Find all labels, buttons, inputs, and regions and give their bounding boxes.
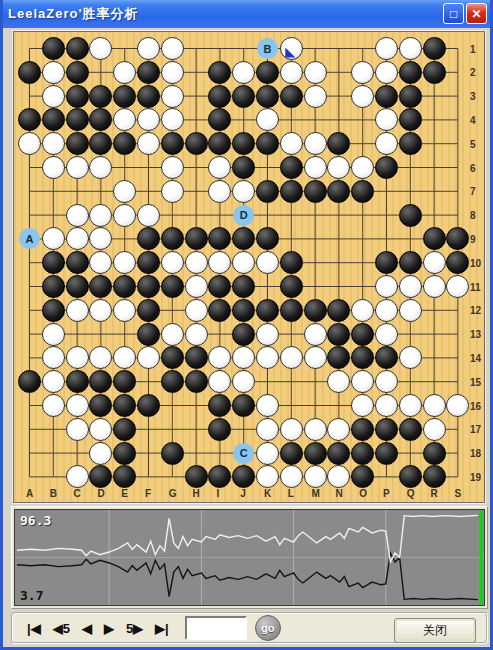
- black-stone: [304, 299, 327, 322]
- white-stone: [137, 37, 160, 60]
- black-stone: [304, 180, 327, 203]
- close-dialog-button[interactable]: 关闭: [394, 618, 476, 643]
- white-stone: [256, 323, 279, 346]
- black-stone: [351, 442, 374, 465]
- white-winrate-label: 96.3: [20, 513, 51, 528]
- last-move-button[interactable]: ▶|: [149, 621, 175, 636]
- white-stone: [423, 275, 446, 298]
- forward-1-button[interactable]: ▶: [98, 621, 120, 636]
- white-stone: [280, 132, 303, 155]
- white-stone: [375, 394, 398, 417]
- black-stone: [161, 275, 184, 298]
- black-stone: [304, 442, 327, 465]
- black-stone: [208, 85, 231, 108]
- white-stone: [304, 323, 327, 346]
- white-stone: [185, 323, 208, 346]
- black-stone: [280, 442, 303, 465]
- winrate-curves: [15, 510, 484, 605]
- point-marker-C: C: [233, 443, 254, 464]
- white-stone: [66, 299, 89, 322]
- black-stone: [375, 85, 398, 108]
- white-stone: [304, 418, 327, 441]
- column-label: K: [264, 488, 271, 499]
- black-stone: [280, 299, 303, 322]
- white-stone: [66, 465, 89, 488]
- black-stone: [161, 370, 184, 393]
- black-stone: [66, 370, 89, 393]
- black-stone: [423, 442, 446, 465]
- row-label: 5: [470, 139, 476, 150]
- row-label: 13: [470, 329, 481, 340]
- close-button-label: 关闭: [423, 622, 447, 639]
- white-stone: [256, 418, 279, 441]
- white-stone: [304, 346, 327, 369]
- white-stone: [161, 61, 184, 84]
- white-stone: [399, 299, 422, 322]
- leelazero-analysis-window: LeelaZero'胜率分析 □ ✕ ABCDABCDEFGHIJKLMNOPQ…: [0, 0, 493, 650]
- maximize-button[interactable]: □: [443, 3, 464, 24]
- white-stone: [304, 156, 327, 179]
- black-stone: [423, 37, 446, 60]
- white-stone: [66, 346, 89, 369]
- white-stone: [304, 85, 327, 108]
- black-stone: [42, 251, 65, 274]
- black-stone: [256, 61, 279, 84]
- winrate-graph-frame: 96.3 3.7: [11, 506, 488, 609]
- column-label: S: [454, 488, 461, 499]
- black-stone: [232, 323, 255, 346]
- black-stone: [280, 251, 303, 274]
- white-stone: [42, 394, 65, 417]
- black-stone: [280, 85, 303, 108]
- white-stone: [161, 251, 184, 274]
- black-stone: [137, 394, 160, 417]
- row-label: 3: [470, 91, 476, 102]
- row-label: 17: [470, 424, 481, 435]
- white-stone: [185, 299, 208, 322]
- go-button[interactable]: go: [255, 615, 281, 641]
- black-stone: [66, 108, 89, 131]
- black-stone: [280, 156, 303, 179]
- black-stone: [399, 251, 422, 274]
- white-stone: [185, 251, 208, 274]
- white-stone: [89, 204, 112, 227]
- row-label: 11: [470, 282, 481, 293]
- black-stone: [375, 442, 398, 465]
- black-stone: [399, 132, 422, 155]
- column-label: M: [312, 488, 320, 499]
- white-stone: [304, 465, 327, 488]
- maximize-icon: □: [450, 7, 457, 21]
- title-bar[interactable]: LeelaZero'胜率分析 □ ✕: [0, 0, 493, 28]
- white-stone: [399, 394, 422, 417]
- black-stone: [137, 275, 160, 298]
- column-label: G: [169, 488, 177, 499]
- black-stone: [185, 465, 208, 488]
- white-stone: [66, 204, 89, 227]
- first-move-button[interactable]: |◀: [21, 621, 47, 636]
- column-label: C: [74, 488, 81, 499]
- black-stone: [351, 418, 374, 441]
- black-stone: [137, 85, 160, 108]
- column-label: L: [288, 488, 294, 499]
- white-stone: [66, 156, 89, 179]
- black-stone: [113, 442, 136, 465]
- white-stone: [375, 299, 398, 322]
- black-stone: [399, 85, 422, 108]
- white-stone: [423, 251, 446, 274]
- black-stone: [280, 275, 303, 298]
- row-label: 9: [470, 234, 476, 245]
- column-label: R: [431, 488, 438, 499]
- white-stone: [66, 394, 89, 417]
- white-stone: [399, 37, 422, 60]
- black-stone: [113, 418, 136, 441]
- white-stone: [161, 180, 184, 203]
- back-5-button[interactable]: ◀5: [47, 621, 76, 636]
- row-label: 15: [470, 377, 481, 388]
- black-stone: [375, 156, 398, 179]
- point-marker-D: D: [233, 205, 254, 226]
- white-stone: [161, 37, 184, 60]
- black-stone: [66, 85, 89, 108]
- white-stone: [256, 442, 279, 465]
- white-stone: [232, 180, 255, 203]
- column-label: F: [145, 488, 151, 499]
- column-label: E: [121, 488, 128, 499]
- title-buttons: □ ✕: [443, 3, 487, 24]
- column-label: J: [240, 488, 246, 499]
- black-stone: [66, 132, 89, 155]
- point-marker-B: B: [257, 38, 278, 59]
- row-label: 4: [470, 115, 476, 126]
- column-label: I: [216, 488, 219, 499]
- white-stone: [399, 275, 422, 298]
- white-stone: [42, 61, 65, 84]
- row-label: 16: [470, 401, 481, 412]
- row-label: 7: [470, 186, 476, 197]
- black-stone: [137, 323, 160, 346]
- black-stone: [351, 323, 374, 346]
- column-label: O: [359, 488, 367, 499]
- black-stone: [66, 251, 89, 274]
- black-stone: [185, 346, 208, 369]
- black-stone: [327, 442, 350, 465]
- black-stone: [137, 299, 160, 322]
- row-label: 10: [470, 258, 481, 269]
- black-stone: [280, 180, 303, 203]
- black-stone: [351, 180, 374, 203]
- white-stone: [280, 61, 303, 84]
- white-stone: [113, 180, 136, 203]
- white-stone: [351, 85, 374, 108]
- black-stone: [89, 85, 112, 108]
- black-stone: [137, 61, 160, 84]
- white-stone: [42, 132, 65, 155]
- black-stone: [423, 465, 446, 488]
- white-stone: [423, 418, 446, 441]
- white-stone: [89, 442, 112, 465]
- white-stone: [66, 418, 89, 441]
- white-stone: [185, 275, 208, 298]
- white-stone: [66, 227, 89, 250]
- black-stone: [232, 85, 255, 108]
- column-label: D: [97, 488, 104, 499]
- white-stone: [161, 156, 184, 179]
- black-stone: [185, 370, 208, 393]
- white-stone: [113, 61, 136, 84]
- navigation-toolbar: |◀◀5◀▶5▶▶| go 关闭: [11, 612, 488, 644]
- black-stone: [399, 61, 422, 84]
- go-board[interactable]: ABCDABCDEFGHIJKLMNOPQRS12345678910111213…: [13, 31, 485, 503]
- black-stone: [66, 275, 89, 298]
- white-stone: [42, 370, 65, 393]
- white-stone: [304, 61, 327, 84]
- white-stone: [351, 61, 374, 84]
- row-label: 19: [470, 472, 481, 483]
- move-nav-buttons: |◀◀5◀▶5▶▶|: [21, 621, 175, 636]
- row-label: 8: [470, 210, 476, 221]
- black-stone: [42, 275, 65, 298]
- black-stone: [42, 299, 65, 322]
- black-stone: [256, 299, 279, 322]
- white-stone: [161, 323, 184, 346]
- white-stone: [42, 85, 65, 108]
- column-label: P: [383, 488, 390, 499]
- black-winrate-label: 3.7: [20, 588, 43, 603]
- white-stone: [42, 156, 65, 179]
- white-stone: [161, 85, 184, 108]
- column-label: N: [335, 488, 342, 499]
- black-stone: [375, 418, 398, 441]
- black-stone: [185, 227, 208, 250]
- black-stone: [399, 204, 422, 227]
- winrate-graph[interactable]: 96.3 3.7: [14, 509, 485, 606]
- white-stone: [375, 275, 398, 298]
- black-stone: [327, 323, 350, 346]
- row-label: 6: [470, 163, 476, 174]
- black-stone: [66, 37, 89, 60]
- column-label: H: [193, 488, 200, 499]
- white-stone: [375, 37, 398, 60]
- black-stone: [256, 180, 279, 203]
- black-stone: [423, 61, 446, 84]
- white-stone: [42, 323, 65, 346]
- row-label: 14: [470, 353, 481, 364]
- black-stone: [161, 442, 184, 465]
- black-stone: [232, 299, 255, 322]
- close-icon: ✕: [471, 7, 481, 21]
- row-label: 2: [470, 67, 476, 78]
- white-stone: [232, 61, 255, 84]
- black-stone: [18, 61, 41, 84]
- white-stone: [423, 394, 446, 417]
- white-stone: [375, 323, 398, 346]
- row-label: 18: [470, 448, 481, 459]
- black-stone: [185, 132, 208, 155]
- white-stone: [304, 132, 327, 155]
- white-stone: [375, 61, 398, 84]
- forward-5-button[interactable]: 5▶: [120, 621, 149, 636]
- row-label: 12: [470, 305, 481, 316]
- move-number-input[interactable]: [185, 616, 247, 640]
- white-stone: [113, 299, 136, 322]
- white-stone: [351, 299, 374, 322]
- white-stone: [113, 204, 136, 227]
- black-stone: [399, 418, 422, 441]
- black-stone: [423, 227, 446, 250]
- back-1-button[interactable]: ◀: [76, 621, 98, 636]
- black-stone: [42, 37, 65, 60]
- black-stone: [66, 61, 89, 84]
- white-stone: [137, 204, 160, 227]
- window-title: LeelaZero'胜率分析: [8, 5, 139, 23]
- black-stone: [113, 85, 136, 108]
- row-label: 1: [470, 44, 476, 55]
- white-stone: [280, 418, 303, 441]
- go-button-label: go: [261, 622, 274, 634]
- black-stone: [161, 132, 184, 155]
- column-label: A: [26, 488, 33, 499]
- white-stone: [256, 394, 279, 417]
- column-label: Q: [407, 488, 415, 499]
- window-close-button[interactable]: ✕: [466, 3, 487, 24]
- black-stone: [256, 85, 279, 108]
- column-label: B: [50, 488, 57, 499]
